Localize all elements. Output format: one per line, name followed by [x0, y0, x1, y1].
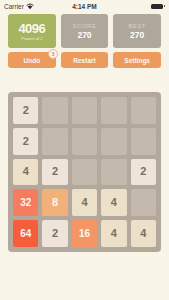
- best-value: 270: [130, 31, 144, 40]
- toolbar: Undo 3 Restart Settings: [8, 52, 161, 68]
- settings-button-label: Settings: [124, 57, 150, 64]
- logo-value: 4096: [18, 22, 45, 35]
- tile-2: 2: [13, 97, 38, 124]
- empty-cell: [101, 97, 126, 124]
- tile-4: 4: [131, 220, 156, 247]
- logo-tile: 4096 Powers of 2: [8, 14, 56, 48]
- undo-count-badge: 3: [48, 49, 58, 59]
- empty-cell: [42, 97, 67, 124]
- empty-cell: [131, 128, 156, 155]
- restart-button[interactable]: Restart: [61, 52, 109, 68]
- empty-cell: [72, 159, 97, 186]
- restart-button-label: Restart: [73, 57, 95, 64]
- header: 4096 Powers of 2 SCORE 270 BEST 270: [8, 14, 161, 48]
- game-board[interactable]: 22422328446421644: [8, 92, 161, 252]
- tile-2: 2: [42, 159, 67, 186]
- tile-2: 2: [42, 220, 67, 247]
- tile-4: 4: [101, 220, 126, 247]
- tile-32: 32: [13, 189, 38, 216]
- tile-8: 8: [42, 189, 67, 216]
- app-screen: 4:14 PM Carrier 4096 Powers of 2 SCORE 2…: [0, 0, 169, 300]
- status-bar: 4:14 PM Carrier: [0, 0, 169, 12]
- tile-4: 4: [13, 159, 38, 186]
- empty-cell: [72, 128, 97, 155]
- empty-cell: [42, 128, 67, 155]
- logo-subtitle: Powers of 2: [21, 37, 42, 41]
- empty-cell: [72, 97, 97, 124]
- score-label: SCORE: [73, 23, 97, 29]
- status-time: 4:14 PM: [0, 3, 169, 10]
- tile-4: 4: [72, 189, 97, 216]
- tile-2: 2: [131, 159, 156, 186]
- best-label: BEST: [128, 23, 146, 29]
- tile-16: 16: [72, 220, 97, 247]
- tile-2: 2: [13, 128, 38, 155]
- tile-4: 4: [101, 189, 126, 216]
- empty-cell: [101, 159, 126, 186]
- empty-cell: [131, 189, 156, 216]
- undo-button-label: Undo: [24, 57, 41, 64]
- score-box: SCORE 270: [61, 14, 109, 48]
- settings-button[interactable]: Settings: [113, 52, 161, 68]
- best-box: BEST 270: [113, 14, 161, 48]
- tile-64: 64: [13, 220, 38, 247]
- empty-cell: [101, 128, 126, 155]
- undo-button[interactable]: Undo 3: [8, 52, 56, 68]
- empty-cell: [131, 97, 156, 124]
- score-value: 270: [77, 31, 91, 40]
